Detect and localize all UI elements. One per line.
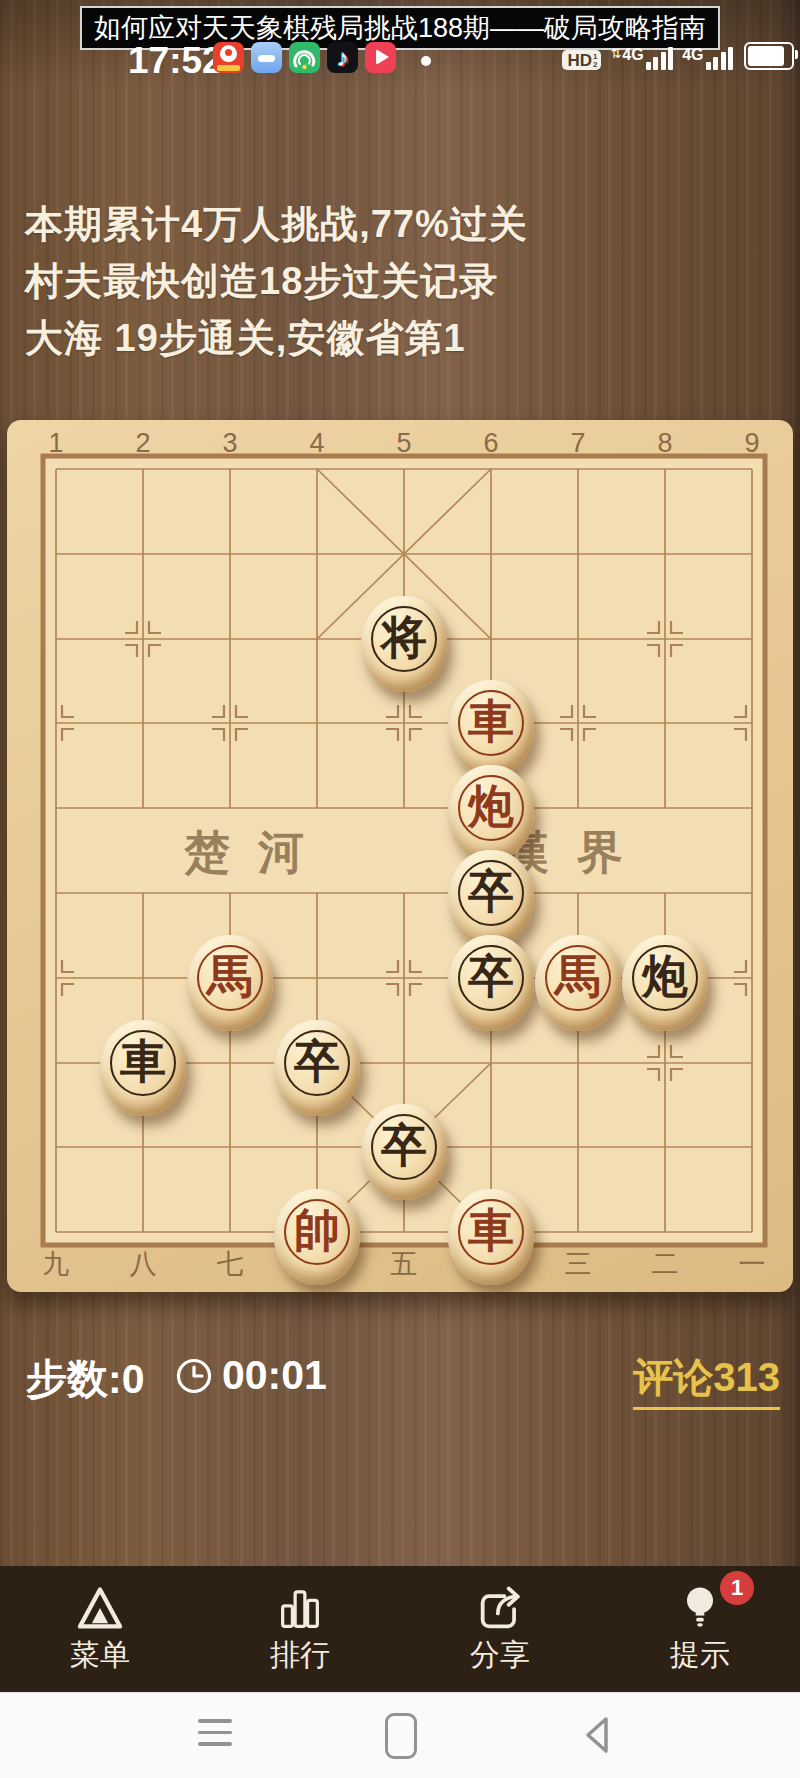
river-label-left: 楚河	[156, 822, 332, 884]
nav-item-hint[interactable]: 提示 1	[620, 1583, 780, 1676]
share-icon	[474, 1583, 526, 1633]
piece-black-soldier[interactable]: 卒	[448, 935, 534, 1031]
nav-item-share[interactable]: 分享	[420, 1583, 580, 1676]
menu-icon	[74, 1583, 126, 1633]
stats-line-3: 大海 19步通关,安徽省第1	[25, 310, 528, 367]
xiangqi-board[interactable]: 123456789 九八七六五四三二一 楚河 漢界 将車炮卒馬卒馬炮車卒卒帥車	[7, 420, 793, 1292]
challenge-stats: 本期累计4万人挑战,77%过关 村夫最快创造18步过关记录 大海 19步通关,安…	[25, 196, 528, 367]
hint-badge: 1	[720, 1571, 754, 1605]
nav-item-ranking[interactable]: 排行	[220, 1583, 380, 1676]
file-label-top: 5	[396, 428, 411, 459]
file-label-bottom: 八	[130, 1246, 157, 1282]
system-navbar	[0, 1692, 800, 1778]
notification-dot-icon	[421, 56, 431, 66]
file-label-bottom: 五	[391, 1246, 418, 1282]
blue-app-icon	[251, 42, 282, 73]
file-label-bottom: 九	[43, 1246, 70, 1282]
nav-item-menu[interactable]: 菜单	[20, 1583, 180, 1676]
battery-icon	[744, 42, 794, 70]
signal-4g-primary-icon: ⇅4G	[610, 47, 673, 70]
hd-volte-icon: HD 12	[562, 50, 601, 70]
file-label-top: 4	[309, 428, 324, 459]
piece-red-general[interactable]: 帥	[274, 1189, 360, 1285]
video-app-icon	[365, 42, 396, 73]
file-label-bottom: 二	[652, 1246, 679, 1282]
piece-black-chariot[interactable]: 車	[100, 1020, 186, 1116]
file-label-top: 1	[48, 428, 63, 459]
file-label-top: 6	[483, 428, 498, 459]
file-label-top: 7	[570, 428, 585, 459]
tiktok-app-icon: ♪	[327, 42, 358, 73]
stats-line-1: 本期累计4万人挑战,77%过关	[25, 196, 528, 253]
timer-value: 00:01	[222, 1352, 327, 1399]
piece-black-soldier[interactable]: 卒	[361, 1104, 447, 1200]
file-label-bottom: 一	[739, 1246, 766, 1282]
signal-4g-secondary-icon: 4G	[682, 47, 733, 70]
piece-red-horse[interactable]: 馬	[187, 935, 273, 1031]
piece-black-soldier[interactable]: 卒	[274, 1020, 360, 1116]
status-right-cluster: HD 12 ⇅4G 4G	[562, 42, 794, 70]
file-label-top: 8	[657, 428, 672, 459]
file-label-top: 2	[135, 428, 150, 459]
file-label-top: 3	[222, 428, 237, 459]
piece-black-soldier[interactable]: 卒	[448, 850, 534, 946]
hint-bulb-icon	[674, 1583, 726, 1633]
piece-red-horse[interactable]: 馬	[535, 935, 621, 1031]
piece-red-chariot[interactable]: 車	[448, 1189, 534, 1285]
bottom-navbar: 菜单 排行 分享 提示 1	[0, 1566, 800, 1692]
file-label-bottom: 七	[217, 1246, 244, 1282]
home-icon[interactable]	[385, 1713, 417, 1759]
file-label-top: 9	[744, 428, 759, 459]
map-pin-app-icon	[213, 42, 244, 73]
comments-link[interactable]: 评论313	[633, 1350, 780, 1410]
back-icon[interactable]	[580, 1713, 616, 1757]
step-counter: 步数:0	[26, 1352, 144, 1407]
green-app-icon	[289, 42, 320, 73]
file-label-bottom: 三	[565, 1246, 592, 1282]
clock-icon	[174, 1356, 214, 1396]
ranking-chart-icon	[274, 1583, 326, 1633]
stats-line-2: 村夫最快创造18步过关记录	[25, 253, 528, 310]
recents-icon[interactable]	[198, 1719, 232, 1746]
status-app-icons: ♪	[213, 42, 396, 73]
info-bar: 步数:0 00:01 评论313	[0, 1346, 800, 1416]
status-time: 17:52	[128, 40, 223, 82]
piece-red-cannon[interactable]: 炮	[448, 765, 534, 861]
piece-red-chariot[interactable]: 車	[448, 680, 534, 776]
piece-black-general[interactable]: 将	[361, 596, 447, 692]
piece-black-cannon[interactable]: 炮	[622, 935, 708, 1031]
